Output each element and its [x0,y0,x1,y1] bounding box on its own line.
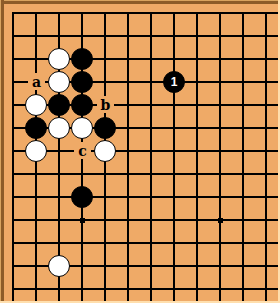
point-label-a: a [28,73,45,90]
point-label-c: c [74,142,91,159]
star-point [218,218,223,223]
board-frame-left-edge [0,0,4,303]
black-stone: 1 [163,71,185,93]
white-stone [25,94,47,116]
black-stone [71,71,93,93]
board-frame-right-edge [278,0,280,303]
black-stone [48,94,70,116]
board-frame-top-edge [0,0,280,4]
white-stone [94,140,116,162]
white-stone [48,117,70,139]
point-label-b: b [97,96,114,113]
move-number: 1 [171,76,178,88]
white-stone [48,48,70,70]
go-corner-diagram: abc1 [0,0,280,303]
black-stone [71,94,93,116]
black-stone [71,186,93,208]
star-point [80,218,85,223]
white-stone [48,71,70,93]
black-stone [94,117,116,139]
black-stone [25,117,47,139]
white-stone [25,140,47,162]
white-stone [71,117,93,139]
white-stone [48,255,70,277]
black-stone [71,48,93,70]
